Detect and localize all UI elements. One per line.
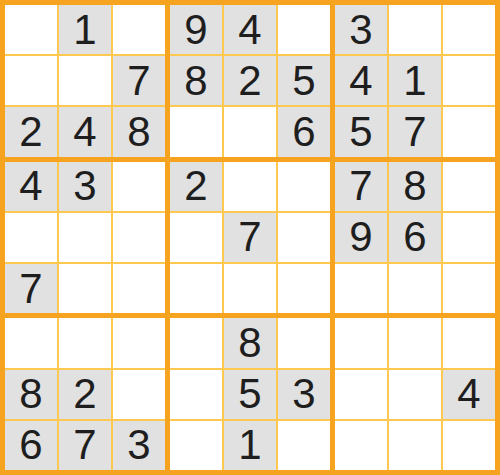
cell-r3c9[interactable] xyxy=(443,107,495,156)
cell-r8c2[interactable]: 2 xyxy=(59,370,111,419)
cell-r1c5[interactable]: 4 xyxy=(224,5,276,54)
cell-r6c2[interactable] xyxy=(59,264,111,313)
cell-r6c6[interactable] xyxy=(278,264,330,313)
sudoku-box-r2c1: 437 xyxy=(5,162,165,314)
cell-r5c9[interactable] xyxy=(443,213,495,262)
sudoku-box-r3c2: 8531 xyxy=(170,318,330,470)
cell-r7c2[interactable] xyxy=(59,318,111,367)
cell-r2c5[interactable]: 2 xyxy=(224,56,276,105)
cell-r9c3[interactable]: 3 xyxy=(113,421,165,470)
cell-r6c9[interactable] xyxy=(443,264,495,313)
cell-r5c2[interactable] xyxy=(59,213,111,262)
cell-r7c8[interactable] xyxy=(389,318,441,367)
cell-r6c5[interactable] xyxy=(224,264,276,313)
cell-r1c1[interactable] xyxy=(5,5,57,54)
sudoku-box-r3c1: 82673 xyxy=(5,318,165,470)
cell-r1c3[interactable] xyxy=(113,5,165,54)
cell-r9c9[interactable] xyxy=(443,421,495,470)
cell-r4c2[interactable]: 3 xyxy=(59,162,111,211)
cell-r8c3[interactable] xyxy=(113,370,165,419)
cell-r6c7[interactable] xyxy=(335,264,387,313)
cell-r8c4[interactable] xyxy=(170,370,222,419)
cell-r2c7[interactable]: 4 xyxy=(335,56,387,105)
cell-r9c2[interactable]: 7 xyxy=(59,421,111,470)
cell-r8c6[interactable]: 3 xyxy=(278,370,330,419)
cell-r3c5[interactable] xyxy=(224,107,276,156)
cell-r5c5[interactable]: 7 xyxy=(224,213,276,262)
cell-r4c3[interactable] xyxy=(113,162,165,211)
cell-r4c7[interactable]: 7 xyxy=(335,162,387,211)
cell-r7c7[interactable] xyxy=(335,318,387,367)
cell-r1c7[interactable]: 3 xyxy=(335,5,387,54)
cell-r5c7[interactable]: 9 xyxy=(335,213,387,262)
sudoku-box-r2c3: 7896 xyxy=(335,162,495,314)
sudoku-box-r3c3: 4 xyxy=(335,318,495,470)
cell-r1c2[interactable]: 1 xyxy=(59,5,111,54)
sudoku-box-r1c3: 34157 xyxy=(335,5,495,157)
cell-r5c6[interactable] xyxy=(278,213,330,262)
cell-r1c9[interactable] xyxy=(443,5,495,54)
cell-r8c8[interactable] xyxy=(389,370,441,419)
cell-r2c8[interactable]: 1 xyxy=(389,56,441,105)
cell-r7c5[interactable]: 8 xyxy=(224,318,276,367)
sudoku-board: 17248948256341574372778968267385314 xyxy=(0,0,500,475)
cell-r7c9[interactable] xyxy=(443,318,495,367)
cell-r7c6[interactable] xyxy=(278,318,330,367)
cell-r5c3[interactable] xyxy=(113,213,165,262)
cell-r3c2[interactable]: 4 xyxy=(59,107,111,156)
sudoku-box-r1c2: 948256 xyxy=(170,5,330,157)
cell-r7c3[interactable] xyxy=(113,318,165,367)
cell-r2c9[interactable] xyxy=(443,56,495,105)
cell-r4c4[interactable]: 2 xyxy=(170,162,222,211)
cell-r1c4[interactable]: 9 xyxy=(170,5,222,54)
cell-r6c8[interactable] xyxy=(389,264,441,313)
cell-r7c4[interactable] xyxy=(170,318,222,367)
cell-r9c6[interactable] xyxy=(278,421,330,470)
cell-r2c2[interactable] xyxy=(59,56,111,105)
cell-r5c8[interactable]: 6 xyxy=(389,213,441,262)
cell-r3c1[interactable]: 2 xyxy=(5,107,57,156)
cell-r4c1[interactable]: 4 xyxy=(5,162,57,211)
cell-r8c9[interactable]: 4 xyxy=(443,370,495,419)
cell-r6c3[interactable] xyxy=(113,264,165,313)
sudoku-box-r2c2: 27 xyxy=(170,162,330,314)
cell-r9c7[interactable] xyxy=(335,421,387,470)
cell-r3c7[interactable]: 5 xyxy=(335,107,387,156)
cell-r8c5[interactable]: 5 xyxy=(224,370,276,419)
cell-r5c4[interactable] xyxy=(170,213,222,262)
cell-r3c3[interactable]: 8 xyxy=(113,107,165,156)
cell-r9c5[interactable]: 1 xyxy=(224,421,276,470)
cell-r9c4[interactable] xyxy=(170,421,222,470)
cell-r3c4[interactable] xyxy=(170,107,222,156)
cell-r3c6[interactable]: 6 xyxy=(278,107,330,156)
cell-r2c1[interactable] xyxy=(5,56,57,105)
cell-r7c1[interactable] xyxy=(5,318,57,367)
cell-r2c3[interactable]: 7 xyxy=(113,56,165,105)
cell-r2c4[interactable]: 8 xyxy=(170,56,222,105)
cell-r1c6[interactable] xyxy=(278,5,330,54)
sudoku-box-r1c1: 17248 xyxy=(5,5,165,157)
cell-r3c8[interactable]: 7 xyxy=(389,107,441,156)
cell-r8c7[interactable] xyxy=(335,370,387,419)
cell-r9c1[interactable]: 6 xyxy=(5,421,57,470)
cell-r9c8[interactable] xyxy=(389,421,441,470)
cell-r4c5[interactable] xyxy=(224,162,276,211)
cell-r8c1[interactable]: 8 xyxy=(5,370,57,419)
cell-r1c8[interactable] xyxy=(389,5,441,54)
cell-r2c6[interactable]: 5 xyxy=(278,56,330,105)
cell-r6c1[interactable]: 7 xyxy=(5,264,57,313)
cell-r5c1[interactable] xyxy=(5,213,57,262)
cell-r4c6[interactable] xyxy=(278,162,330,211)
cell-r6c4[interactable] xyxy=(170,264,222,313)
cell-r4c9[interactable] xyxy=(443,162,495,211)
cell-r4c8[interactable]: 8 xyxy=(389,162,441,211)
